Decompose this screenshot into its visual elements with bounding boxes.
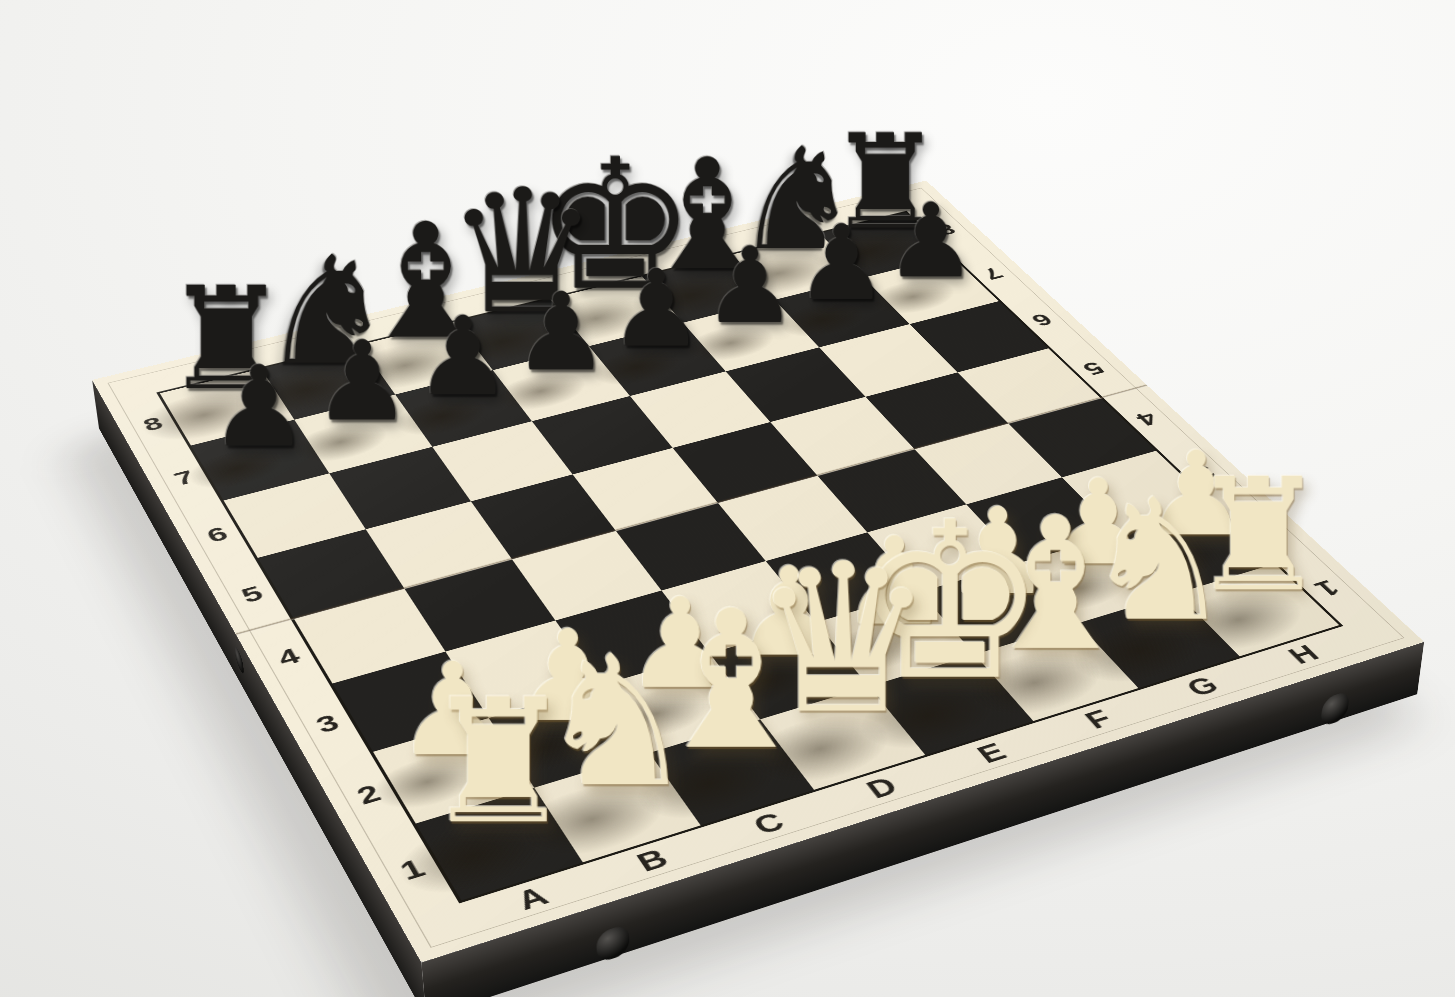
hinge-pin <box>233 642 244 677</box>
studio-background: 87654321 87654321 ABCDEFGH ♜♞♝♛♚♝♞♜♟♟♟♟♟… <box>0 0 1455 997</box>
chess-board: 87654321 87654321 ABCDEFGH ♜♞♝♛♚♝♞♜♟♟♟♟♟… <box>92 180 1424 962</box>
camera-view: 87654321 87654321 ABCDEFGH ♜♞♝♛♚♝♞♜♟♟♟♟♟… <box>0 0 1455 997</box>
